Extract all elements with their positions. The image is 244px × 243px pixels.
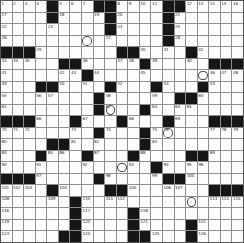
cell-r13c20[interactable]	[221, 139, 232, 150]
cell-r21c21[interactable]	[232, 231, 243, 242]
cell-r6c8[interactable]: 36	[82, 59, 93, 70]
cell-r11c17[interactable]	[186, 116, 197, 127]
cell-r20c15[interactable]	[163, 220, 174, 231]
cell-r16c13[interactable]	[140, 174, 151, 185]
cell-r9c2[interactable]	[13, 93, 24, 104]
cell-r13c1[interactable]: 80	[1, 139, 12, 150]
cell-r17c18[interactable]	[198, 185, 209, 196]
cell-r14c13[interactable]: 88	[140, 151, 151, 162]
cell-r17c4[interactable]	[36, 185, 47, 196]
cell-r5c15[interactable]: 31	[163, 47, 174, 58]
cell-r11c9[interactable]	[94, 116, 105, 127]
cell-r20c10[interactable]	[105, 220, 116, 231]
cell-r1c18[interactable]: 13	[198, 1, 209, 12]
cell-r15c7[interactable]	[70, 162, 81, 173]
cell-r4c21[interactable]	[232, 36, 243, 47]
cell-r12c7[interactable]: 73	[70, 128, 81, 139]
cell-r10c7[interactable]	[70, 105, 81, 116]
cell-r10c16[interactable]: 64	[175, 105, 186, 116]
cell-r3c19[interactable]	[209, 24, 220, 35]
cell-r16c19[interactable]	[209, 174, 220, 185]
cell-r14c9[interactable]: 87	[94, 151, 105, 162]
cell-r15c9[interactable]	[94, 162, 105, 173]
cell-r2c11[interactable]: 20	[117, 13, 128, 24]
cell-r15c2[interactable]	[13, 162, 24, 173]
cell-r4c1[interactable]: 26	[1, 36, 12, 47]
cell-r9c5[interactable]: 57	[47, 93, 58, 104]
cell-r11c14[interactable]	[151, 116, 162, 127]
cell-r16c17[interactable]: 100	[186, 174, 197, 185]
cell-r19c19[interactable]	[209, 208, 220, 219]
cell-r14c11[interactable]	[117, 151, 128, 162]
cell-r17c16[interactable]: 107	[175, 185, 186, 196]
cell-r8c21[interactable]	[232, 82, 243, 93]
cell-r4c7[interactable]	[70, 36, 81, 47]
cell-r5c7[interactable]	[70, 47, 81, 58]
cell-r21c8[interactable]: 124	[82, 231, 93, 242]
cell-r9c7[interactable]	[70, 93, 81, 104]
cell-r19c20[interactable]	[221, 208, 232, 219]
cell-r8c17[interactable]	[186, 82, 197, 93]
cell-r10c2[interactable]	[13, 105, 24, 116]
cell-r21c5[interactable]	[47, 231, 58, 242]
cell-r12c15[interactable]: 76	[163, 128, 174, 139]
cell-r15c15[interactable]: 94	[163, 162, 174, 173]
cell-r1c12[interactable]: 9	[128, 1, 139, 12]
cell-r15c6[interactable]	[59, 162, 70, 173]
cell-r16c4[interactable]: 97	[36, 174, 47, 185]
cell-r11c6[interactable]	[59, 116, 70, 127]
cell-r18c9[interactable]	[94, 197, 105, 208]
cell-r3c11[interactable]: 24	[117, 24, 128, 35]
cell-r1c13[interactable]: 10	[140, 1, 151, 12]
cell-r16c12[interactable]	[128, 174, 139, 185]
cell-r17c6[interactable]: 104	[59, 185, 70, 196]
cell-r4c20[interactable]	[221, 36, 232, 47]
cell-r12c19[interactable]: 77	[209, 128, 220, 139]
cell-r7c15[interactable]	[163, 70, 174, 81]
cell-r11c5[interactable]	[47, 116, 58, 127]
cell-r3c8[interactable]	[82, 24, 93, 35]
cell-r17c7[interactable]	[70, 185, 81, 196]
cell-r19c6[interactable]	[59, 208, 70, 219]
cell-r13c9[interactable]: 82	[94, 139, 105, 150]
cell-r15c11[interactable]	[117, 162, 128, 173]
cell-r20c20[interactable]	[221, 220, 232, 231]
cell-r21c15[interactable]	[163, 231, 174, 242]
cell-r12c3[interactable]: 72	[24, 128, 35, 139]
cell-r14c6[interactable]: 86	[59, 151, 70, 162]
cell-r14c21[interactable]	[232, 151, 243, 162]
cell-r17c3[interactable]: 103	[24, 185, 35, 196]
cell-r13c10[interactable]	[105, 139, 116, 150]
cell-r7c20[interactable]: 47	[221, 70, 232, 81]
cell-r13c15[interactable]	[163, 139, 174, 150]
cell-r2c14[interactable]	[151, 13, 162, 24]
cell-r15c12[interactable]: 93	[128, 162, 139, 173]
cell-r8c2[interactable]	[13, 82, 24, 93]
cell-r6c14[interactable]: 39	[151, 59, 162, 70]
cell-r10c18[interactable]	[198, 105, 209, 116]
cell-r20c1[interactable]: 119	[1, 220, 12, 231]
cell-r1c7[interactable]: 6	[70, 1, 81, 12]
cell-r18c12[interactable]	[128, 197, 139, 208]
cell-r19c9[interactable]	[94, 208, 105, 219]
cell-r6c16[interactable]	[175, 59, 186, 70]
cell-r4c19[interactable]	[209, 36, 220, 47]
cell-r16c11[interactable]	[117, 174, 128, 185]
cell-r9c18[interactable]: 60	[198, 93, 209, 104]
cell-r20c8[interactable]: 120	[82, 220, 93, 231]
cell-r6c3[interactable]: 35	[24, 59, 35, 70]
cell-r3c2[interactable]	[13, 24, 24, 35]
cell-r8c8[interactable]: 51	[82, 82, 93, 93]
cell-r7c7[interactable]: 43	[70, 70, 81, 81]
cell-r18c15[interactable]	[163, 197, 174, 208]
cell-r19c17[interactable]	[186, 208, 197, 219]
cell-r4c3[interactable]	[24, 36, 35, 47]
cell-r13c11[interactable]	[117, 139, 128, 150]
cell-r20c19[interactable]	[209, 220, 220, 231]
cell-r11c12[interactable]: 68	[128, 116, 139, 127]
cell-r6c10[interactable]	[105, 59, 116, 70]
cell-r21c3[interactable]	[24, 231, 35, 242]
cell-r4c8[interactable]	[82, 36, 93, 47]
cell-r11c10[interactable]	[105, 116, 116, 127]
cell-r5c19[interactable]	[209, 47, 220, 58]
cell-r20c16[interactable]	[175, 220, 186, 231]
cell-r14c7[interactable]	[70, 151, 81, 162]
cell-r20c11[interactable]	[117, 220, 128, 231]
cell-r14c20[interactable]	[221, 151, 232, 162]
cell-r5c20[interactable]	[221, 47, 232, 58]
cell-r21c2[interactable]	[13, 231, 24, 242]
cell-r14c1[interactable]: 84	[1, 151, 12, 162]
cell-r10c17[interactable]: 65	[186, 105, 197, 116]
cell-r15c5[interactable]	[47, 162, 58, 173]
cell-r7c12[interactable]	[128, 70, 139, 81]
cell-r18c8[interactable]: 110	[82, 197, 93, 208]
cell-r13c2[interactable]	[13, 139, 24, 150]
cell-r5c18[interactable]: 32	[198, 47, 209, 58]
cell-r9c10[interactable]: 58	[105, 93, 116, 104]
cell-r19c16[interactable]	[175, 208, 186, 219]
cell-r2c17[interactable]	[186, 13, 197, 24]
cell-r8c3[interactable]	[24, 82, 35, 93]
cell-r21c18[interactable]: 126	[198, 231, 209, 242]
cell-r1c14[interactable]: 11	[151, 1, 162, 12]
cell-r10c10[interactable]: 62	[105, 105, 116, 116]
cell-r17c14[interactable]	[151, 185, 162, 196]
cell-r20c14[interactable]	[151, 220, 162, 231]
cell-r16c18[interactable]	[198, 174, 209, 185]
cell-r17c2[interactable]: 102	[13, 185, 24, 196]
cell-r4c14[interactable]	[151, 36, 162, 47]
cell-r7c16[interactable]	[175, 70, 186, 81]
cell-r5c16[interactable]	[175, 47, 186, 58]
cell-r18c16[interactable]	[175, 197, 186, 208]
cell-r15c21[interactable]	[232, 162, 243, 173]
cell-r15c1[interactable]: 90	[1, 162, 12, 173]
cell-r11c4[interactable]: 66	[36, 116, 47, 127]
cell-r18c6[interactable]	[59, 197, 70, 208]
cell-r11c16[interactable]: 69	[175, 116, 186, 127]
cell-r6c1[interactable]: 33	[1, 59, 12, 70]
cell-r8c9[interactable]	[94, 82, 105, 93]
cell-r9c3[interactable]	[24, 93, 35, 104]
cell-r7c2[interactable]	[13, 70, 24, 81]
cell-r2c3[interactable]	[24, 13, 35, 24]
cell-r1c6[interactable]: 5	[59, 1, 70, 12]
cell-r3c9[interactable]	[94, 24, 105, 35]
cell-r16c21[interactable]	[232, 174, 243, 185]
cell-r7c21[interactable]: 48	[232, 70, 243, 81]
cell-r14c14[interactable]	[151, 151, 162, 162]
cell-r16c7[interactable]	[70, 174, 81, 185]
cell-r19c10[interactable]	[105, 208, 116, 219]
cell-r17c13[interactable]	[140, 185, 151, 196]
cell-r1c21[interactable]: 16	[232, 1, 243, 12]
cell-r4c6[interactable]	[59, 36, 70, 47]
cell-r14c19[interactable]: 89	[209, 151, 220, 162]
cell-r18c18[interactable]	[198, 197, 209, 208]
cell-r14c2[interactable]	[13, 151, 24, 162]
cell-r12c21[interactable]: 79	[232, 128, 243, 139]
cell-r2c4[interactable]	[36, 13, 47, 24]
cell-r18c3[interactable]	[24, 197, 35, 208]
cell-r2c21[interactable]	[232, 13, 243, 24]
cell-r18c19[interactable]: 113	[209, 197, 220, 208]
cell-r8c13[interactable]	[140, 82, 151, 93]
cell-r5c4[interactable]: 29	[36, 47, 47, 58]
cell-r10c6[interactable]	[59, 105, 70, 116]
cell-r15c16[interactable]	[175, 162, 186, 173]
cell-r8c1[interactable]: 49	[1, 82, 12, 93]
cell-r17c12[interactable]: 105	[128, 185, 139, 196]
cell-r10c21[interactable]	[232, 105, 243, 116]
cell-r9c13[interactable]	[140, 93, 151, 104]
cell-r7c1[interactable]: 41	[1, 70, 12, 81]
cell-r16c5[interactable]	[47, 174, 58, 185]
cell-r5c6[interactable]	[59, 47, 70, 58]
cell-r21c14[interactable]: 125	[151, 231, 162, 242]
cell-r9c1[interactable]: 55	[1, 93, 12, 104]
cell-r19c2[interactable]	[13, 208, 24, 219]
cell-r20c21[interactable]	[232, 220, 243, 231]
cell-r7c6[interactable]: 42	[59, 70, 70, 81]
cell-r12c1[interactable]: 70	[1, 128, 12, 139]
cell-r13c14[interactable]: 83	[151, 139, 162, 150]
cell-r4c16[interactable]: 28	[175, 36, 186, 47]
cell-r14c3[interactable]	[24, 151, 35, 162]
cell-r12c16[interactable]	[175, 128, 186, 139]
cell-r4c12[interactable]	[128, 36, 139, 47]
cell-r21c16[interactable]	[175, 231, 186, 242]
cell-r2c12[interactable]	[128, 13, 139, 24]
cell-r12c4[interactable]	[36, 128, 47, 139]
cell-r3c4[interactable]	[36, 24, 47, 35]
cell-r2c18[interactable]	[198, 13, 209, 24]
cell-r12c11[interactable]	[117, 128, 128, 139]
cell-r18c11[interactable]: 112	[117, 197, 128, 208]
cell-r4c9[interactable]	[94, 36, 105, 47]
cell-r2c19[interactable]	[209, 13, 220, 24]
cell-r21c9[interactable]	[94, 231, 105, 242]
cell-r7c3[interactable]	[24, 70, 35, 81]
cell-r3c1[interactable]: 22	[1, 24, 12, 35]
cell-r10c20[interactable]	[221, 105, 232, 116]
cell-r12c18[interactable]	[198, 128, 209, 139]
cell-r10c8[interactable]	[82, 105, 93, 116]
cell-r17c8[interactable]	[82, 185, 93, 196]
cell-r16c6[interactable]	[59, 174, 70, 185]
cell-r1c20[interactable]: 15	[221, 1, 232, 12]
cell-r1c2[interactable]: 2	[13, 1, 24, 12]
cell-r15c20[interactable]	[221, 162, 232, 173]
cell-r19c14[interactable]	[151, 208, 162, 219]
cell-r7c17[interactable]	[186, 70, 197, 81]
cell-r11c8[interactable]: 67	[82, 116, 93, 127]
cell-r10c12[interactable]	[128, 105, 139, 116]
cell-r13c7[interactable]: 81	[70, 139, 81, 150]
cell-r3c3[interactable]	[24, 24, 35, 35]
cell-r18c17[interactable]	[186, 197, 197, 208]
cell-r18c2[interactable]	[13, 197, 24, 208]
cell-r1c1[interactable]: 1	[1, 1, 12, 12]
cell-r18c4[interactable]	[36, 197, 47, 208]
cell-r8c12[interactable]	[128, 82, 139, 93]
cell-r2c13[interactable]	[140, 13, 151, 24]
cell-r6c15[interactable]	[163, 59, 174, 70]
cell-r3c12[interactable]	[128, 24, 139, 35]
cell-r13c19[interactable]	[209, 139, 220, 150]
cell-r17c17[interactable]	[186, 185, 197, 196]
cell-r1c11[interactable]: 8	[117, 1, 128, 12]
cell-r21c11[interactable]	[117, 231, 128, 242]
cell-r9c15[interactable]	[163, 93, 174, 104]
cell-r3c18[interactable]	[198, 24, 209, 35]
cell-r10c3[interactable]	[24, 105, 35, 116]
cell-r19c5[interactable]	[47, 208, 58, 219]
cell-r16c10[interactable]: 98	[105, 174, 116, 185]
cell-r6c18[interactable]	[198, 59, 209, 70]
cell-r6c2[interactable]: 34	[13, 59, 24, 70]
cell-r11c18[interactable]	[198, 116, 209, 127]
cell-r18c20[interactable]: 114	[221, 197, 232, 208]
cell-r14c10[interactable]	[105, 151, 116, 162]
cell-r8c11[interactable]: 52	[117, 82, 128, 93]
cell-r9c6[interactable]	[59, 93, 70, 104]
cell-r3c6[interactable]	[59, 24, 70, 35]
cell-r4c5[interactable]	[47, 36, 58, 47]
cell-r6c12[interactable]: 38	[128, 59, 139, 70]
cell-r9c8[interactable]	[82, 93, 93, 104]
cell-r6c5[interactable]	[47, 59, 58, 70]
cell-r4c18[interactable]	[198, 36, 209, 47]
cell-r18c14[interactable]	[151, 197, 162, 208]
cell-r1c19[interactable]: 14	[209, 1, 220, 12]
cell-r18c21[interactable]: 115	[232, 197, 243, 208]
cell-r13c12[interactable]	[128, 139, 139, 150]
cell-r19c15[interactable]	[163, 208, 174, 219]
cell-r19c11[interactable]	[117, 208, 128, 219]
cell-r12c14[interactable]: 75	[151, 128, 162, 139]
cell-r5c21[interactable]	[232, 47, 243, 58]
cell-r14c15[interactable]	[163, 151, 174, 162]
cell-r12c17[interactable]	[186, 128, 197, 139]
cell-r8c15[interactable]: 53	[163, 82, 174, 93]
cell-r3c13[interactable]	[140, 24, 151, 35]
cell-r2c9[interactable]: 19	[94, 13, 105, 24]
cell-r20c5[interactable]	[47, 220, 58, 231]
cell-r13c3[interactable]	[24, 139, 35, 150]
cell-r10c4[interactable]	[36, 105, 47, 116]
cell-r19c4[interactable]	[36, 208, 47, 219]
cell-r9c21[interactable]	[232, 93, 243, 104]
cell-r5c10[interactable]	[105, 47, 116, 58]
cell-r10c19[interactable]	[209, 105, 220, 116]
cell-r4c2[interactable]	[13, 36, 24, 47]
cell-r7c5[interactable]	[47, 70, 58, 81]
cell-r10c14[interactable]: 63	[151, 105, 162, 116]
cell-r17c9[interactable]	[94, 185, 105, 196]
cell-r14c16[interactable]	[175, 151, 186, 162]
cell-r12c12[interactable]	[128, 128, 139, 139]
cell-r12c10[interactable]: 74	[105, 128, 116, 139]
cell-r21c4[interactable]	[36, 231, 47, 242]
cell-r20c9[interactable]	[94, 220, 105, 231]
cell-r9c12[interactable]	[128, 93, 139, 104]
cell-r16c14[interactable]: 99	[151, 174, 162, 185]
cell-r1c3[interactable]: 3	[24, 1, 35, 12]
cell-r17c1[interactable]: 101	[1, 185, 12, 196]
cell-r10c5[interactable]	[47, 105, 58, 116]
cell-r20c4[interactable]	[36, 220, 47, 231]
cell-r18c13[interactable]	[140, 197, 151, 208]
cell-r20c3[interactable]	[24, 220, 35, 231]
cell-r9c11[interactable]	[117, 93, 128, 104]
cell-r8c6[interactable]: 50	[59, 82, 70, 93]
cell-r20c18[interactable]: 122	[198, 220, 209, 231]
cell-r10c15[interactable]	[163, 105, 174, 116]
cell-r7c4[interactable]	[36, 70, 47, 81]
cell-r2c16[interactable]: 21	[175, 13, 186, 24]
cell-r19c8[interactable]: 117	[82, 208, 93, 219]
cell-r3c20[interactable]	[221, 24, 232, 35]
cell-r6c17[interactable]: 40	[186, 59, 197, 70]
cell-r4c4[interactable]	[36, 36, 47, 47]
cell-r7c10[interactable]	[105, 70, 116, 81]
cell-r15c10[interactable]	[105, 162, 116, 173]
cell-r19c1[interactable]: 116	[1, 208, 12, 219]
cell-r6c4[interactable]	[36, 59, 47, 70]
cell-r4c11[interactable]	[117, 36, 128, 47]
cell-r3c5[interactable]: 23	[47, 24, 58, 35]
cell-r12c2[interactable]: 71	[13, 128, 24, 139]
cell-r9c4[interactable]: 56	[36, 93, 47, 104]
cell-r7c9[interactable]: 44	[94, 70, 105, 81]
cell-r4c17[interactable]	[186, 36, 197, 47]
cell-r20c2[interactable]	[13, 220, 24, 231]
cell-r8c19[interactable]: 54	[209, 82, 220, 93]
cell-r5c14[interactable]	[151, 47, 162, 58]
cell-r15c13[interactable]	[140, 162, 151, 173]
cell-r9c14[interactable]: 59	[151, 93, 162, 104]
cell-r15c19[interactable]	[209, 162, 220, 173]
cell-r15c18[interactable]: 96	[198, 162, 209, 173]
cell-r18c5[interactable]: 109	[47, 197, 58, 208]
cell-r1c4[interactable]: 4	[36, 1, 47, 12]
